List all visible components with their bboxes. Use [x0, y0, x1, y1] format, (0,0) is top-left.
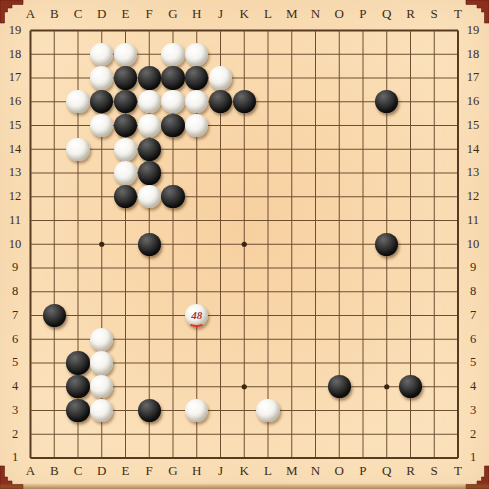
stone-white — [114, 43, 137, 66]
stone-white — [90, 375, 113, 398]
stone-black — [114, 90, 137, 113]
stone-white — [185, 90, 208, 113]
stone-white — [114, 161, 137, 184]
stone-white — [90, 114, 113, 137]
board-intersections-grid[interactable]: 48 — [19, 19, 470, 470]
stone-white — [256, 399, 279, 422]
stone-black — [375, 233, 398, 256]
stone-black — [66, 351, 89, 374]
stone-black — [399, 375, 422, 398]
stone-black — [138, 161, 161, 184]
stone-white — [90, 43, 113, 66]
stone-black — [233, 90, 256, 113]
stone-black — [66, 375, 89, 398]
stone-black — [185, 66, 208, 89]
move-number-label: 48 — [185, 304, 208, 327]
stone-black — [90, 90, 113, 113]
go-board[interactable]: ABCDEFGHJKLMNOPQRST ABCDEFGHJKLMNOPQRST … — [0, 0, 489, 489]
stone-white — [185, 43, 208, 66]
stone-black — [328, 375, 351, 398]
stone-white — [66, 90, 89, 113]
stone-black — [209, 90, 232, 113]
stone-white — [90, 399, 113, 422]
stone-white: 48 — [185, 304, 208, 327]
stone-black — [138, 138, 161, 161]
stone-white — [138, 185, 161, 208]
stone-black — [138, 66, 161, 89]
stone-white — [209, 66, 232, 89]
stone-black — [138, 399, 161, 422]
stone-black — [138, 233, 161, 256]
stone-black — [114, 114, 137, 137]
stone-white — [90, 328, 113, 351]
stone-white — [138, 114, 161, 137]
stone-white — [90, 66, 113, 89]
stone-white — [90, 351, 113, 374]
stone-black — [161, 66, 184, 89]
stone-black — [161, 185, 184, 208]
stone-white — [185, 399, 208, 422]
stone-black — [114, 66, 137, 89]
stone-white — [114, 138, 137, 161]
stone-black — [43, 304, 66, 327]
stone-white — [161, 90, 184, 113]
stone-black — [114, 185, 137, 208]
stone-black — [66, 399, 89, 422]
stone-black — [375, 90, 398, 113]
stone-white — [138, 90, 161, 113]
stone-white — [161, 43, 184, 66]
stone-black — [161, 114, 184, 137]
stone-white — [185, 114, 208, 137]
stone-white — [66, 138, 89, 161]
